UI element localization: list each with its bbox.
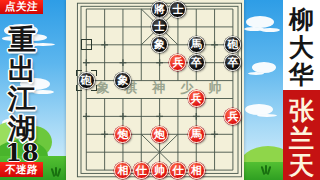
piece-black-士: 士: [169, 1, 186, 18]
vertical-char: 柳: [283, 6, 320, 34]
piece-black-象: 象: [114, 72, 131, 89]
piece-black-象: 象: [151, 36, 168, 53]
piece-black-卒: 卒: [224, 54, 241, 71]
player-black-name: 柳大华: [283, 0, 320, 89]
piece-black-將: 將: [151, 1, 168, 18]
vertical-char: 江: [0, 84, 44, 114]
vertical-char: 重: [0, 25, 44, 55]
vertical-char: 天: [283, 152, 320, 180]
vertical-char: 大: [283, 34, 320, 62]
subscribe-badge: 点关注: [0, 0, 43, 14]
cloud: [246, 16, 274, 28]
player-name-top-panel: 柳大华: [283, 0, 320, 90]
piece-red-炮: 炮: [114, 126, 131, 143]
piece-red-相: 相: [114, 162, 131, 179]
dont-get-lost-badge: 不迷路: [0, 162, 43, 177]
piece-red-相: 相: [188, 162, 205, 179]
piece-red-兵: 兵: [169, 54, 186, 71]
piece-red-馬: 馬: [188, 126, 205, 143]
piece-red-仕: 仕: [133, 162, 150, 179]
river-watermark-char: 神: [151, 80, 167, 96]
vertical-char: 华: [283, 61, 320, 89]
video-thumbnail: 象棋神少帅 將士士象馬砲兵卒卒砲象兵兵炮炮馬相仕帅仕相 点关注 重出江湖 18 …: [0, 0, 320, 180]
xiangqi-board: 象棋神少帅 將士士象馬砲兵卒卒砲象兵兵炮炮馬相仕帅仕相: [66, 0, 244, 180]
piece-red-兵: 兵: [188, 90, 205, 107]
piece-black-馬: 馬: [188, 36, 205, 53]
vertical-char: 兰: [283, 125, 320, 153]
piece-black-砲: 砲: [78, 72, 95, 89]
river-watermark-char: 象: [95, 80, 111, 96]
piece-red-仕: 仕: [169, 162, 186, 179]
piece-red-帅: 帅: [151, 162, 168, 179]
player-name-bottom-panel: 张兰天: [283, 90, 320, 180]
piece-black-卒: 卒: [188, 54, 205, 71]
vertical-char: 张: [283, 97, 320, 125]
player-red-name: 张兰天: [283, 90, 320, 180]
cloud: [252, 62, 276, 73]
river-watermark-char: 帅: [207, 80, 223, 96]
series-title: 重出江湖: [0, 25, 44, 143]
last-move-from-marker: [81, 39, 92, 50]
piece-red-兵: 兵: [224, 108, 241, 125]
piece-black-砲: 砲: [224, 36, 241, 53]
piece-red-炮: 炮: [151, 126, 168, 143]
vertical-char: 出: [0, 55, 44, 85]
cloud: [245, 104, 273, 115]
piece-black-士: 士: [151, 18, 168, 35]
